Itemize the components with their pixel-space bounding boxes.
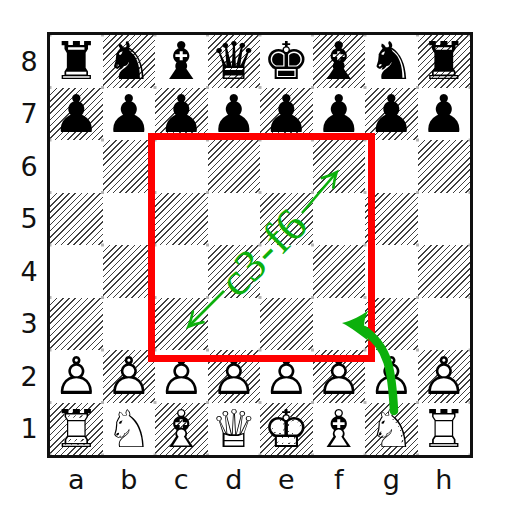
piece-black-knight[interactable]: ♞ <box>365 35 418 88</box>
piece-glyph: ♞ <box>103 35 156 88</box>
square-e8[interactable]: ♚ <box>260 35 313 88</box>
piece-glyph: ♟ <box>208 88 261 141</box>
square-a4[interactable] <box>50 245 103 298</box>
chess-diagram: 87654321 ♜♞♝♛♚♝♞♜♟♟♟♟♟♟♟♟♟♙♟♙♟♙♟♙♟♙♟♙♟♙♟… <box>0 0 507 506</box>
square-c7[interactable]: ♟ <box>155 88 208 141</box>
square-f3[interactable] <box>313 298 366 351</box>
square-h2[interactable]: ♟♙ <box>418 350 471 403</box>
square-c5[interactable] <box>155 193 208 246</box>
piece-glyph: ♟ <box>260 88 313 141</box>
piece-white-pawn[interactable]: ♟♙ <box>208 350 261 403</box>
piece-glyph: ♜ <box>50 35 103 88</box>
square-d4[interactable] <box>208 245 261 298</box>
piece-outline: ♕ <box>208 403 261 456</box>
piece-white-king[interactable]: ♚♔ <box>260 403 313 456</box>
square-f2[interactable]: ♟♙ <box>313 350 366 403</box>
square-g5[interactable] <box>365 193 418 246</box>
piece-outline: ♗ <box>313 403 366 456</box>
piece-white-pawn[interactable]: ♟♙ <box>260 350 313 403</box>
square-c2[interactable]: ♟♙ <box>155 350 208 403</box>
square-g8[interactable]: ♞ <box>365 35 418 88</box>
square-h5[interactable] <box>418 193 471 246</box>
square-f4[interactable] <box>313 245 366 298</box>
square-a6[interactable] <box>50 140 103 193</box>
piece-white-rook[interactable]: ♜♖ <box>50 403 103 456</box>
piece-outline: ♙ <box>155 350 208 403</box>
square-d8[interactable]: ♛ <box>208 35 261 88</box>
piece-outline: ♗ <box>155 403 208 456</box>
rank-label-2: 2 <box>14 350 44 403</box>
square-g6[interactable] <box>365 140 418 193</box>
square-g4[interactable] <box>365 245 418 298</box>
square-h3[interactable] <box>418 298 471 351</box>
square-e7[interactable]: ♟ <box>260 88 313 141</box>
square-a2[interactable]: ♟♙ <box>50 350 103 403</box>
square-d1[interactable]: ♛♕ <box>208 403 261 456</box>
rank-labels: 87654321 <box>14 35 44 455</box>
file-label-b: b <box>103 461 156 497</box>
piece-white-pawn[interactable]: ♟♙ <box>103 350 156 403</box>
square-f5[interactable] <box>313 193 366 246</box>
square-h4[interactable] <box>418 245 471 298</box>
piece-black-pawn[interactable]: ♟ <box>208 88 261 141</box>
square-b4[interactable] <box>103 245 156 298</box>
piece-white-pawn[interactable]: ♟♙ <box>313 350 366 403</box>
square-a5[interactable] <box>50 193 103 246</box>
piece-outline: ♙ <box>365 350 418 403</box>
piece-black-pawn[interactable]: ♟ <box>260 88 313 141</box>
piece-white-bishop[interactable]: ♝♗ <box>313 403 366 456</box>
square-b1[interactable]: ♞♘ <box>103 403 156 456</box>
square-f1[interactable]: ♝♗ <box>313 403 366 456</box>
piece-outline: ♘ <box>365 403 418 456</box>
piece-outline: ♙ <box>103 350 156 403</box>
piece-glyph: ♟ <box>50 88 103 141</box>
square-d3[interactable] <box>208 298 261 351</box>
piece-white-rook[interactable]: ♜♖ <box>418 403 471 456</box>
piece-outline: ♖ <box>418 403 471 456</box>
piece-black-bishop[interactable]: ♝ <box>313 35 366 88</box>
square-c3[interactable] <box>155 298 208 351</box>
square-c1[interactable]: ♝♗ <box>155 403 208 456</box>
file-label-d: d <box>208 461 261 497</box>
square-e1[interactable]: ♚♔ <box>260 403 313 456</box>
piece-outline: ♙ <box>50 350 103 403</box>
piece-white-pawn[interactable]: ♟♙ <box>155 350 208 403</box>
piece-outline: ♙ <box>313 350 366 403</box>
file-label-g: g <box>365 461 418 497</box>
board-squares: ♜♞♝♛♚♝♞♜♟♟♟♟♟♟♟♟♟♙♟♙♟♙♟♙♟♙♟♙♟♙♟♙♜♖♞♘♝♗♛♕… <box>50 35 470 455</box>
piece-white-knight[interactable]: ♞♘ <box>103 403 156 456</box>
piece-black-pawn[interactable]: ♟ <box>365 88 418 141</box>
square-e5[interactable] <box>260 193 313 246</box>
piece-white-pawn[interactable]: ♟♙ <box>50 350 103 403</box>
square-e2[interactable]: ♟♙ <box>260 350 313 403</box>
rank-label-8: 8 <box>14 35 44 88</box>
piece-outline: ♖ <box>50 403 103 456</box>
square-b6[interactable] <box>103 140 156 193</box>
file-label-a: a <box>50 461 103 497</box>
piece-white-pawn[interactable]: ♟♙ <box>418 350 471 403</box>
piece-black-pawn[interactable]: ♟ <box>103 88 156 141</box>
square-a8[interactable]: ♜ <box>50 35 103 88</box>
piece-black-rook[interactable]: ♜ <box>50 35 103 88</box>
square-b8[interactable]: ♞ <box>103 35 156 88</box>
piece-glyph: ♝ <box>313 35 366 88</box>
piece-black-pawn[interactable]: ♟ <box>50 88 103 141</box>
square-c4[interactable] <box>155 245 208 298</box>
square-f6[interactable] <box>313 140 366 193</box>
square-c8[interactable]: ♝ <box>155 35 208 88</box>
rank-label-5: 5 <box>14 193 44 246</box>
chess-board: ♜♞♝♛♚♝♞♜♟♟♟♟♟♟♟♟♟♙♟♙♟♙♟♙♟♙♟♙♟♙♟♙♜♖♞♘♝♗♛♕… <box>47 32 473 458</box>
piece-glyph: ♟ <box>418 88 471 141</box>
square-a1[interactable]: ♜♖ <box>50 403 103 456</box>
square-f7[interactable]: ♟ <box>313 88 366 141</box>
square-h1[interactable]: ♜♖ <box>418 403 471 456</box>
square-h6[interactable] <box>418 140 471 193</box>
square-a7[interactable]: ♟ <box>50 88 103 141</box>
piece-outline: ♙ <box>260 350 313 403</box>
file-label-h: h <box>418 461 471 497</box>
piece-glyph: ♟ <box>313 88 366 141</box>
piece-black-bishop[interactable]: ♝ <box>155 35 208 88</box>
piece-glyph: ♜ <box>418 35 471 88</box>
piece-white-bishop[interactable]: ♝♗ <box>155 403 208 456</box>
piece-glyph: ♛ <box>208 35 261 88</box>
piece-black-pawn[interactable]: ♟ <box>418 88 471 141</box>
piece-glyph: ♚ <box>260 35 313 88</box>
piece-outline: ♔ <box>260 403 313 456</box>
piece-black-pawn[interactable]: ♟ <box>155 88 208 141</box>
file-labels: abcdefgh <box>50 461 470 497</box>
piece-glyph: ♞ <box>365 35 418 88</box>
rank-label-1: 1 <box>14 403 44 456</box>
piece-outline: ♘ <box>103 403 156 456</box>
piece-black-queen[interactable]: ♛ <box>208 35 261 88</box>
piece-white-knight[interactable]: ♞♘ <box>365 403 418 456</box>
piece-black-rook[interactable]: ♜ <box>418 35 471 88</box>
square-h7[interactable]: ♟ <box>418 88 471 141</box>
file-label-f: f <box>313 461 366 497</box>
rank-label-4: 4 <box>14 245 44 298</box>
rank-label-3: 3 <box>14 298 44 351</box>
square-d6[interactable] <box>208 140 261 193</box>
square-b5[interactable] <box>103 193 156 246</box>
piece-black-pawn[interactable]: ♟ <box>313 88 366 141</box>
piece-white-pawn[interactable]: ♟♙ <box>365 350 418 403</box>
square-e3[interactable] <box>260 298 313 351</box>
square-g3[interactable] <box>365 298 418 351</box>
square-e6[interactable] <box>260 140 313 193</box>
square-d7[interactable]: ♟ <box>208 88 261 141</box>
square-b2[interactable]: ♟♙ <box>103 350 156 403</box>
rank-label-6: 6 <box>14 140 44 193</box>
square-d5[interactable] <box>208 193 261 246</box>
square-e4[interactable] <box>260 245 313 298</box>
rank-label-7: 7 <box>14 88 44 141</box>
piece-glyph: ♟ <box>365 88 418 141</box>
piece-outline: ♙ <box>208 350 261 403</box>
piece-outline: ♙ <box>418 350 471 403</box>
file-label-e: e <box>260 461 313 497</box>
file-label-c: c <box>155 461 208 497</box>
square-g2[interactable]: ♟♙ <box>365 350 418 403</box>
square-g1[interactable]: ♞♘ <box>365 403 418 456</box>
square-f8[interactable]: ♝ <box>313 35 366 88</box>
square-a3[interactable] <box>50 298 103 351</box>
piece-black-knight[interactable]: ♞ <box>103 35 156 88</box>
square-d2[interactable]: ♟♙ <box>208 350 261 403</box>
piece-black-king[interactable]: ♚ <box>260 35 313 88</box>
piece-glyph: ♟ <box>103 88 156 141</box>
piece-white-queen[interactable]: ♛♕ <box>208 403 261 456</box>
square-h8[interactable]: ♜ <box>418 35 471 88</box>
square-c6[interactable] <box>155 140 208 193</box>
square-b7[interactable]: ♟ <box>103 88 156 141</box>
square-b3[interactable] <box>103 298 156 351</box>
square-g7[interactable]: ♟ <box>365 88 418 141</box>
piece-glyph: ♟ <box>155 88 208 141</box>
piece-glyph: ♝ <box>155 35 208 88</box>
